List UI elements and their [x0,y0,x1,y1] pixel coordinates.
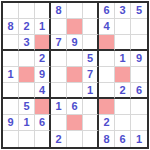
cell-r9c5[interactable] [67,131,83,147]
cell-r2c5[interactable] [67,19,83,35]
cell-r6c3[interactable]: 4 [35,83,51,99]
cell-r4c9[interactable]: 9 [131,51,147,67]
cell-r9c3[interactable] [35,131,51,147]
cell-r5c9[interactable] [131,67,147,83]
cell-r8c1[interactable]: 9 [3,115,19,131]
cell-r8c7[interactable]: 2 [99,115,115,131]
cell-r5c6[interactable]: 7 [83,67,99,83]
cell-r2c9[interactable] [131,19,147,35]
cell-r4c7[interactable] [99,51,115,67]
cell-r9c9[interactable]: 1 [131,131,147,147]
cell-r4c3[interactable]: 2 [35,51,51,67]
cell-r5c7[interactable] [99,67,115,83]
cell-r7c8[interactable] [115,99,131,115]
cell-r5c3[interactable]: 9 [35,67,51,83]
cell-r8c4[interactable] [51,115,67,131]
cell-r1c5[interactable] [67,3,83,19]
cell-r7c3[interactable] [35,99,51,115]
cell-r1c3[interactable] [35,3,51,19]
cell-r3c6[interactable] [83,35,99,51]
cell-r3c4[interactable]: 7 [51,35,67,51]
cell-r4c4[interactable] [51,51,67,67]
cell-r1c9[interactable]: 5 [131,3,147,19]
cell-r9c1[interactable] [3,131,19,147]
cell-r9c4[interactable]: 2 [51,131,67,147]
cell-r2c3[interactable]: 1 [35,19,51,35]
cell-r6c2[interactable] [19,83,35,99]
cell-r1c7[interactable]: 6 [99,3,115,19]
sudoku-board: 863582143792519197412651691622861 [1,1,149,149]
cell-r8c3[interactable]: 6 [35,115,51,131]
cell-r7c5[interactable]: 6 [67,99,83,115]
cell-r5c5[interactable] [67,67,83,83]
cell-r1c8[interactable]: 3 [115,3,131,19]
cell-r7c6[interactable] [83,99,99,115]
cell-r9c8[interactable]: 6 [115,131,131,147]
cell-r6c4[interactable] [51,83,67,99]
cell-r7c9[interactable] [131,99,147,115]
cell-r2c6[interactable] [83,19,99,35]
cell-r2c7[interactable]: 4 [99,19,115,35]
cell-r6c6[interactable]: 1 [83,83,99,99]
cell-r3c7[interactable] [99,35,115,51]
cell-r3c9[interactable] [131,35,147,51]
cell-r7c7[interactable] [99,99,115,115]
cell-r6c8[interactable]: 2 [115,83,131,99]
cell-r5c2[interactable] [19,67,35,83]
cell-r4c6[interactable]: 5 [83,51,99,67]
cell-r7c4[interactable]: 1 [51,99,67,115]
cell-r4c2[interactable] [19,51,35,67]
cell-r9c7[interactable]: 8 [99,131,115,147]
cell-r2c8[interactable] [115,19,131,35]
cell-r1c4[interactable]: 8 [51,3,67,19]
cell-r3c2[interactable]: 3 [19,35,35,51]
cell-r6c9[interactable]: 6 [131,83,147,99]
cell-r2c2[interactable]: 2 [19,19,35,35]
cell-r2c4[interactable] [51,19,67,35]
cell-r8c6[interactable] [83,115,99,131]
cell-r8c8[interactable] [115,115,131,131]
cell-r9c6[interactable] [83,131,99,147]
cell-r2c1[interactable]: 8 [3,19,19,35]
cell-r1c1[interactable] [3,3,19,19]
cell-r8c5[interactable] [67,115,83,131]
cell-r6c1[interactable] [3,83,19,99]
cell-r5c4[interactable] [51,67,67,83]
cell-r1c2[interactable] [19,3,35,19]
cell-r3c1[interactable] [3,35,19,51]
cell-r6c5[interactable] [67,83,83,99]
cell-r5c1[interactable]: 1 [3,67,19,83]
cell-r3c5[interactable]: 9 [67,35,83,51]
cell-r4c8[interactable]: 1 [115,51,131,67]
cell-r7c1[interactable] [3,99,19,115]
cell-r1c6[interactable] [83,3,99,19]
cell-r8c9[interactable] [131,115,147,131]
cell-r8c2[interactable]: 1 [19,115,35,131]
cell-r4c5[interactable] [67,51,83,67]
cell-r6c7[interactable] [99,83,115,99]
cell-r3c8[interactable] [115,35,131,51]
cell-r3c3[interactable] [35,35,51,51]
cell-r5c8[interactable] [115,67,131,83]
cell-r7c2[interactable]: 5 [19,99,35,115]
cell-r9c2[interactable] [19,131,35,147]
cell-r4c1[interactable] [3,51,19,67]
